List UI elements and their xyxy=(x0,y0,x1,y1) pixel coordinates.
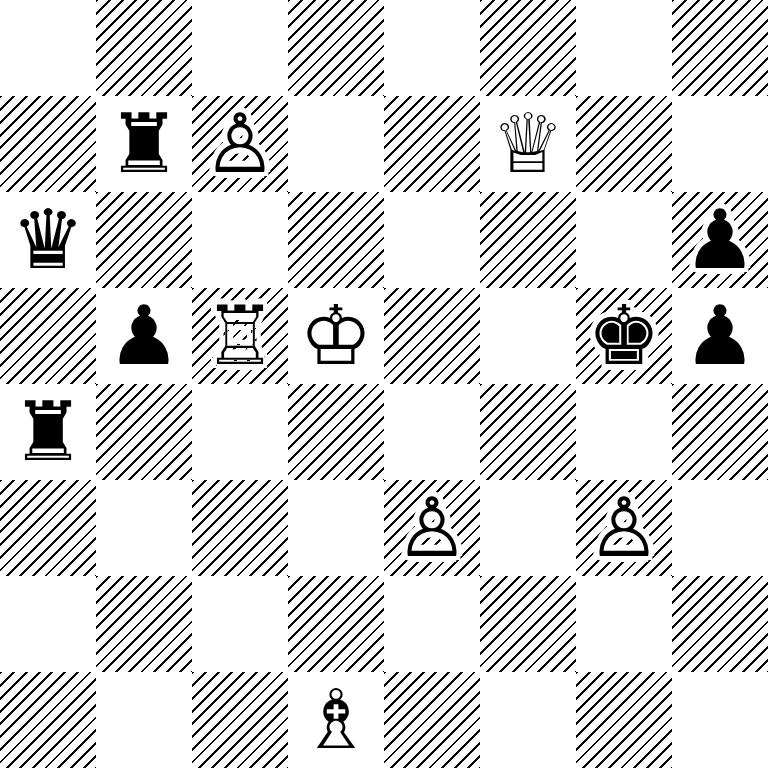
square-b8[interactable] xyxy=(96,0,192,96)
square-c1[interactable] xyxy=(192,672,288,768)
square-h7[interactable] xyxy=(672,96,768,192)
square-a8[interactable] xyxy=(0,0,96,96)
square-f8[interactable] xyxy=(480,0,576,96)
square-d7[interactable] xyxy=(288,96,384,192)
square-g4[interactable] xyxy=(576,384,672,480)
square-a4[interactable]: ♜ xyxy=(0,384,96,480)
square-f6[interactable] xyxy=(480,192,576,288)
square-e6[interactable] xyxy=(384,192,480,288)
square-e4[interactable] xyxy=(384,384,480,480)
square-h4[interactable] xyxy=(672,384,768,480)
square-c3[interactable] xyxy=(192,480,288,576)
white-pawn: ♙ xyxy=(203,96,277,192)
square-h8[interactable] xyxy=(672,0,768,96)
square-h5[interactable]: ♟ xyxy=(672,288,768,384)
square-b4[interactable] xyxy=(96,384,192,480)
black-pawn: ♟ xyxy=(683,192,757,288)
square-b6[interactable] xyxy=(96,192,192,288)
square-g8[interactable] xyxy=(576,0,672,96)
white-queen: ♕ xyxy=(491,96,565,192)
black-pawn: ♟ xyxy=(107,288,181,384)
square-e3[interactable]: ♙ xyxy=(384,480,480,576)
black-queen: ♛ xyxy=(11,192,85,288)
square-g6[interactable] xyxy=(576,192,672,288)
square-g3[interactable]: ♙ xyxy=(576,480,672,576)
square-d3[interactable] xyxy=(288,480,384,576)
square-d6[interactable] xyxy=(288,192,384,288)
square-e5[interactable] xyxy=(384,288,480,384)
square-f5[interactable] xyxy=(480,288,576,384)
black-rook: ♜ xyxy=(11,384,85,480)
square-a5[interactable] xyxy=(0,288,96,384)
square-h1[interactable] xyxy=(672,672,768,768)
chess-board: ♜♙♕♛♟♟♖♔♚♟♜♙♙♗ xyxy=(0,0,768,768)
square-f1[interactable] xyxy=(480,672,576,768)
square-f7[interactable]: ♕ xyxy=(480,96,576,192)
square-b5[interactable]: ♟ xyxy=(96,288,192,384)
square-a2[interactable] xyxy=(0,576,96,672)
square-f4[interactable] xyxy=(480,384,576,480)
square-d5[interactable]: ♔ xyxy=(288,288,384,384)
square-g5[interactable]: ♚ xyxy=(576,288,672,384)
square-g7[interactable] xyxy=(576,96,672,192)
square-d4[interactable] xyxy=(288,384,384,480)
square-b7[interactable]: ♜ xyxy=(96,96,192,192)
square-f3[interactable] xyxy=(480,480,576,576)
black-king: ♚ xyxy=(587,288,661,384)
white-pawn: ♙ xyxy=(395,480,469,576)
square-e8[interactable] xyxy=(384,0,480,96)
square-d2[interactable] xyxy=(288,576,384,672)
square-a6[interactable]: ♛ xyxy=(0,192,96,288)
black-rook: ♜ xyxy=(107,96,181,192)
square-b1[interactable] xyxy=(96,672,192,768)
square-h3[interactable] xyxy=(672,480,768,576)
square-b3[interactable] xyxy=(96,480,192,576)
square-g2[interactable] xyxy=(576,576,672,672)
square-c2[interactable] xyxy=(192,576,288,672)
white-king: ♔ xyxy=(299,288,373,384)
square-e1[interactable] xyxy=(384,672,480,768)
square-g1[interactable] xyxy=(576,672,672,768)
square-c7[interactable]: ♙ xyxy=(192,96,288,192)
square-c4[interactable] xyxy=(192,384,288,480)
square-b2[interactable] xyxy=(96,576,192,672)
square-c8[interactable] xyxy=(192,0,288,96)
square-a1[interactable] xyxy=(0,672,96,768)
white-rook: ♖ xyxy=(203,288,277,384)
black-pawn: ♟ xyxy=(683,288,757,384)
square-e7[interactable] xyxy=(384,96,480,192)
square-h2[interactable] xyxy=(672,576,768,672)
square-d1[interactable]: ♗ xyxy=(288,672,384,768)
square-a7[interactable] xyxy=(0,96,96,192)
square-a3[interactable] xyxy=(0,480,96,576)
white-bishop: ♗ xyxy=(299,672,373,768)
square-c5[interactable]: ♖ xyxy=(192,288,288,384)
square-e2[interactable] xyxy=(384,576,480,672)
white-pawn: ♙ xyxy=(587,480,661,576)
square-h6[interactable]: ♟ xyxy=(672,192,768,288)
square-f2[interactable] xyxy=(480,576,576,672)
square-c6[interactable] xyxy=(192,192,288,288)
square-d8[interactable] xyxy=(288,0,384,96)
